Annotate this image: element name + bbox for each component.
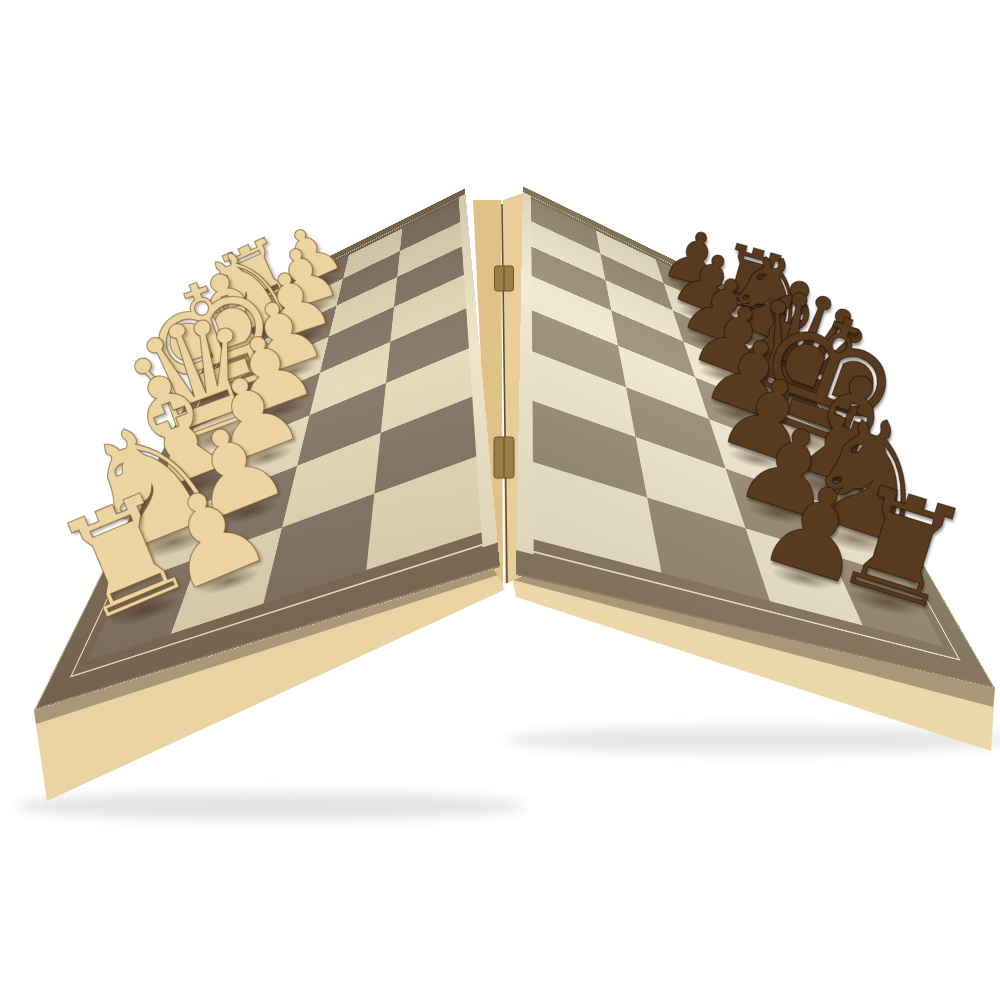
hinge-hardware-top [495, 266, 514, 291]
ground-shadow-right [505, 726, 1000, 754]
chess-set-photo: ♜♜♟♟♞♞♟♟♝♝♟♟♚♛♟♟♛♚♟♟♝♝♟♟♞♞♟♟♜♜♟♟ [0, 0, 1000, 1000]
ground-shadow-left [15, 791, 525, 821]
hinge-hardware-bottom [494, 437, 514, 478]
